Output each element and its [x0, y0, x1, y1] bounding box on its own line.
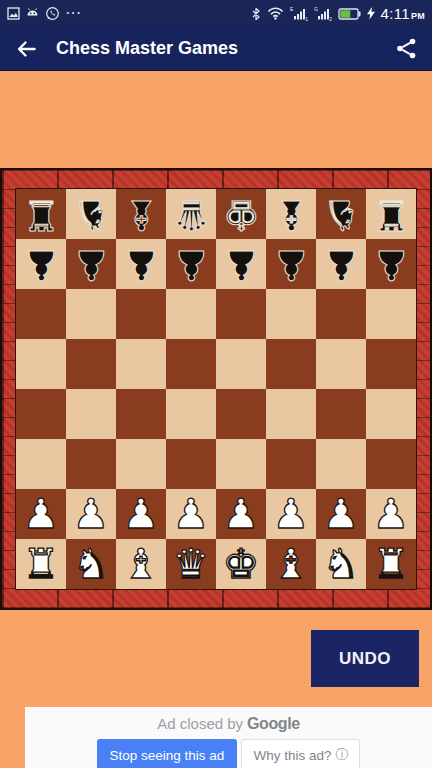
- square-e7[interactable]: ♟: [216, 239, 266, 289]
- square-g1[interactable]: ♞: [316, 539, 366, 589]
- square-d4[interactable]: [166, 389, 216, 439]
- piece-white-bishop[interactable]: ♝: [273, 544, 310, 585]
- piece-white-pawn[interactable]: ♟: [373, 494, 410, 535]
- square-c6[interactable]: [116, 289, 166, 339]
- bluetooth-icon: [251, 7, 261, 21]
- controls-row: UNDO: [0, 630, 432, 687]
- piece-white-knight[interactable]: ♞: [73, 544, 110, 585]
- square-e1[interactable]: ♚: [216, 539, 266, 589]
- signal-sim2-icon: G2: [314, 6, 332, 21]
- ad-banner: Ad closed byGoogle Stop seeing this ad W…: [25, 707, 432, 768]
- square-b8[interactable]: ♞: [66, 189, 116, 239]
- piece-black-pawn[interactable]: ♟: [323, 244, 360, 285]
- square-d3[interactable]: [166, 439, 216, 489]
- piece-white-bishop[interactable]: ♝: [123, 544, 160, 585]
- board-area: ♜♞♝♛♚♝♞♜♟♟♟♟♟♟♟♟♟♟♟♟♟♟♟♟♜♞♝♛♚♝♞♜: [0, 168, 432, 610]
- square-h5[interactable]: [366, 339, 416, 389]
- piece-white-pawn[interactable]: ♟: [323, 494, 360, 535]
- google-logo: Google: [247, 715, 300, 732]
- piece-black-queen[interactable]: ♛: [173, 194, 210, 235]
- square-c4[interactable]: [116, 389, 166, 439]
- square-c2[interactable]: ♟: [116, 489, 166, 539]
- square-e6[interactable]: [216, 289, 266, 339]
- notification-overflow-icon: ···: [66, 6, 82, 19]
- square-b2[interactable]: ♟: [66, 489, 116, 539]
- square-e3[interactable]: [216, 439, 266, 489]
- square-d2[interactable]: ♟: [166, 489, 216, 539]
- svg-text:E: E: [290, 6, 294, 12]
- svg-text:2: 2: [329, 16, 332, 22]
- piece-black-pawn[interactable]: ♟: [73, 244, 110, 285]
- square-a5[interactable]: [16, 339, 66, 389]
- whatsapp-icon: [45, 6, 60, 21]
- piece-white-pawn[interactable]: ♟: [173, 494, 210, 535]
- square-h3[interactable]: [366, 439, 416, 489]
- notification-icons: ···: [7, 6, 82, 21]
- piece-black-pawn[interactable]: ♟: [373, 244, 410, 285]
- square-a1[interactable]: ♜: [16, 539, 66, 589]
- piece-black-rook[interactable]: ♜: [23, 194, 60, 235]
- square-g8[interactable]: ♞: [316, 189, 366, 239]
- square-d7[interactable]: ♟: [166, 239, 216, 289]
- ad-closed-text: Ad closed byGoogle: [157, 715, 300, 733]
- signal-sim1-icon: E1: [290, 6, 308, 21]
- piece-white-rook[interactable]: ♜: [373, 544, 410, 585]
- piece-white-king[interactable]: ♚: [223, 544, 260, 585]
- square-a6[interactable]: [16, 289, 66, 339]
- square-d1[interactable]: ♛: [166, 539, 216, 589]
- piece-white-pawn[interactable]: ♟: [23, 494, 60, 535]
- phone-screen: ··· E1 G2 4:11PM: [0, 0, 432, 768]
- system-status-icons: E1 G2 4:11PM: [251, 5, 425, 22]
- square-a2[interactable]: ♟: [16, 489, 66, 539]
- square-b5[interactable]: [66, 339, 116, 389]
- piece-black-pawn[interactable]: ♟: [123, 244, 160, 285]
- piece-black-rook[interactable]: ♜: [373, 194, 410, 235]
- square-a4[interactable]: [16, 389, 66, 439]
- square-f2[interactable]: ♟: [266, 489, 316, 539]
- square-a3[interactable]: [16, 439, 66, 489]
- square-g6[interactable]: [316, 289, 366, 339]
- page-title: Chess Master Games: [56, 38, 395, 59]
- square-a8[interactable]: ♜: [16, 189, 66, 239]
- piece-black-pawn[interactable]: ♟: [23, 244, 60, 285]
- why-this-ad-button[interactable]: Why this ad? ⓘ: [241, 739, 360, 768]
- square-g5[interactable]: [316, 339, 366, 389]
- piece-black-bishop[interactable]: ♝: [273, 194, 310, 235]
- square-g7[interactable]: ♟: [316, 239, 366, 289]
- square-g3[interactable]: [316, 439, 366, 489]
- screenshot-icon: [7, 7, 20, 20]
- charging-bolt-icon: [367, 7, 375, 20]
- square-h1[interactable]: ♜: [366, 539, 416, 589]
- piece-black-king[interactable]: ♚: [223, 194, 260, 235]
- info-icon: ⓘ: [335, 746, 348, 764]
- piece-white-knight[interactable]: ♞: [323, 544, 360, 585]
- ad-feedback-buttons: Stop seeing this ad Why this ad? ⓘ: [97, 739, 361, 768]
- square-h8[interactable]: ♜: [366, 189, 416, 239]
- board-brick-frame: ♜♞♝♛♚♝♞♜♟♟♟♟♟♟♟♟♟♟♟♟♟♟♟♟♜♞♝♛♚♝♞♜: [0, 168, 432, 610]
- square-f7[interactable]: ♟: [266, 239, 316, 289]
- piece-black-pawn[interactable]: ♟: [273, 244, 310, 285]
- square-f5[interactable]: [266, 339, 316, 389]
- square-c5[interactable]: [116, 339, 166, 389]
- square-f8[interactable]: ♝: [266, 189, 316, 239]
- piece-white-rook[interactable]: ♜: [23, 544, 60, 585]
- square-c7[interactable]: ♟: [116, 239, 166, 289]
- square-e4[interactable]: [216, 389, 266, 439]
- piece-white-pawn[interactable]: ♟: [73, 494, 110, 535]
- undo-button[interactable]: UNDO: [311, 630, 419, 687]
- share-button[interactable]: [395, 37, 418, 60]
- square-e2[interactable]: ♟: [216, 489, 266, 539]
- square-a7[interactable]: ♟: [16, 239, 66, 289]
- square-b6[interactable]: [66, 289, 116, 339]
- piece-white-queen[interactable]: ♛: [173, 544, 210, 585]
- piece-black-pawn[interactable]: ♟: [173, 244, 210, 285]
- square-h7[interactable]: ♟: [366, 239, 416, 289]
- why-this-ad-label: Why this ad?: [253, 748, 331, 763]
- square-h2[interactable]: ♟: [366, 489, 416, 539]
- square-e8[interactable]: ♚: [216, 189, 266, 239]
- svg-text:G: G: [314, 6, 318, 12]
- piece-black-pawn[interactable]: ♟: [223, 244, 260, 285]
- piece-black-knight[interactable]: ♞: [73, 194, 110, 235]
- square-d5[interactable]: [166, 339, 216, 389]
- square-d6[interactable]: [166, 289, 216, 339]
- piece-white-pawn[interactable]: ♟: [123, 494, 160, 535]
- android-app-icon: [26, 7, 39, 20]
- clock: 4:11PM: [381, 5, 425, 22]
- square-b7[interactable]: ♟: [66, 239, 116, 289]
- piece-white-pawn[interactable]: ♟: [223, 494, 260, 535]
- square-h4[interactable]: [366, 389, 416, 439]
- svg-text:1: 1: [305, 16, 308, 22]
- square-f3[interactable]: [266, 439, 316, 489]
- piece-white-pawn[interactable]: ♟: [273, 494, 310, 535]
- stop-seeing-ad-button[interactable]: Stop seeing this ad: [97, 739, 238, 768]
- back-button[interactable]: [14, 37, 38, 61]
- square-b1[interactable]: ♞: [66, 539, 116, 589]
- square-g2[interactable]: ♟: [316, 489, 366, 539]
- battery-icon: [338, 8, 361, 20]
- square-c8[interactable]: ♝: [116, 189, 166, 239]
- square-e5[interactable]: [216, 339, 266, 389]
- square-f6[interactable]: [266, 289, 316, 339]
- square-b4[interactable]: [66, 389, 116, 439]
- square-d8[interactable]: ♛: [166, 189, 216, 239]
- wifi-icon: [267, 7, 284, 20]
- piece-black-bishop[interactable]: ♝: [123, 194, 160, 235]
- square-b3[interactable]: [66, 439, 116, 489]
- square-h6[interactable]: [366, 289, 416, 339]
- app-bar: Chess Master Games: [0, 27, 432, 71]
- square-f4[interactable]: [266, 389, 316, 439]
- piece-black-knight[interactable]: ♞: [323, 194, 360, 235]
- square-f1[interactable]: ♝: [266, 539, 316, 589]
- square-c1[interactable]: ♝: [116, 539, 166, 589]
- square-g4[interactable]: [316, 389, 366, 439]
- status-bar: ··· E1 G2 4:11PM: [0, 0, 432, 27]
- chess-board: ♜♞♝♛♚♝♞♜♟♟♟♟♟♟♟♟♟♟♟♟♟♟♟♟♜♞♝♛♚♝♞♜: [15, 188, 417, 590]
- square-c3[interactable]: [116, 439, 166, 489]
